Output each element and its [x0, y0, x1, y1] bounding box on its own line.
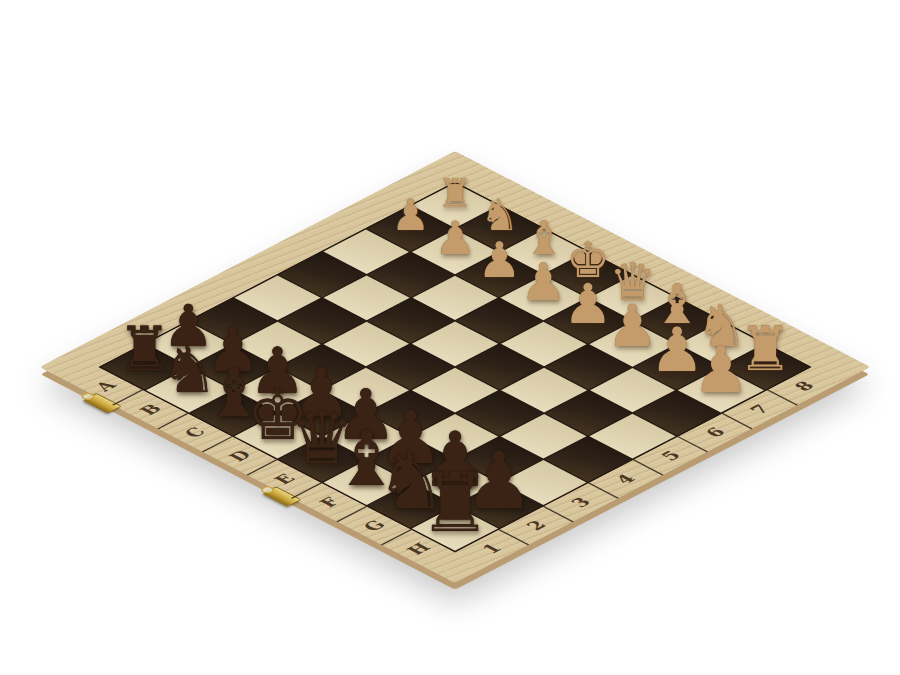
chess-set-photo: ♜♞♝♚♛♝♞♜♟♟♟♟♟♟♟♟♟♟♟♟♟♟♟♟♜♞♝♚♛♝♞♜ ABCDEFG… — [0, 0, 900, 675]
chess-board: ♜♞♝♚♛♝♞♜♟♟♟♟♟♟♟♟♟♟♟♟♟♟♟♟♜♞♝♚♛♝♞♜ ABCDEFG… — [39, 151, 871, 583]
light-rook-icon: ♜ — [437, 173, 473, 213]
light-king-icon: ♚ — [566, 236, 610, 285]
board-squares: ♜♞♝♚♛♝♞♜♟♟♟♟♟♟♟♟♟♟♟♟♟♟♟♟♜♞♝♚♛♝♞♜ — [99, 182, 812, 553]
